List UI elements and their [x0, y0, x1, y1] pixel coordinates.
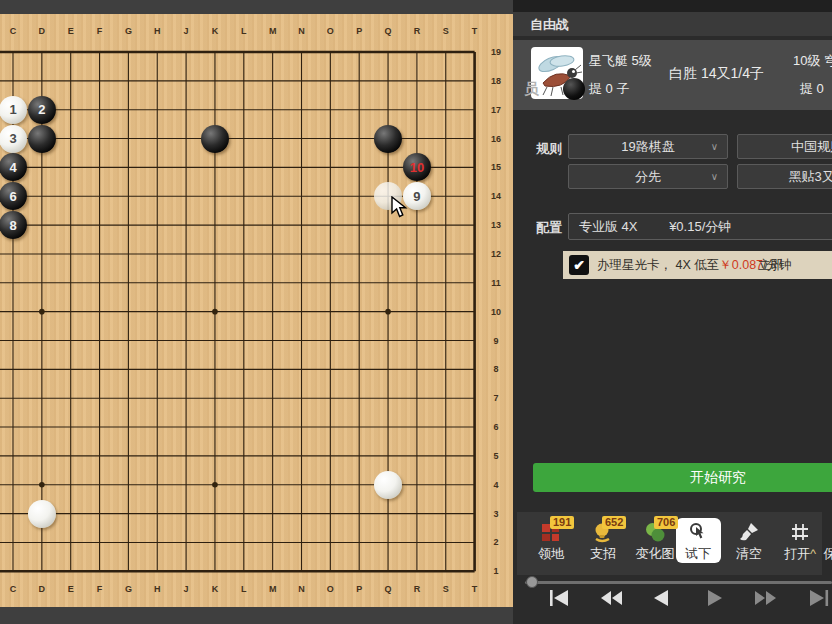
row-label: 2 [488, 537, 504, 547]
board-type-dropdown[interactable]: 19路棋盘 ∨ [568, 134, 728, 159]
column-label-top: P [351, 26, 367, 36]
column-label-top: Q [380, 26, 396, 36]
column-label-top: D [34, 26, 50, 36]
row-label: 7 [488, 393, 504, 403]
tool-hint[interactable]: 652 支招 [579, 512, 627, 575]
sidebar: 自由战 员 星飞艇 5级 提 0 子 白胜 14又1/4子 10级 穹 提 [513, 0, 832, 624]
game-result: 白胜 14又1/4子 [669, 65, 764, 83]
sidebar-top-strip [513, 0, 832, 12]
column-label-bottom: F [92, 584, 108, 594]
column-label-bottom: Q [380, 584, 396, 594]
go-board[interactable]: 123468109 CCDDEEFFGGHHJJKKLLMMNNOOPPQQRR… [0, 14, 513, 607]
row-label: 17 [488, 105, 504, 115]
black-player-name: 星飞艇 5级 [589, 52, 652, 70]
row-label: 3 [488, 509, 504, 519]
stone-white-Q4 [374, 471, 402, 499]
row-label: 15 [488, 162, 504, 172]
column-label-bottom: K [207, 584, 223, 594]
stone-black-K16 [201, 125, 229, 153]
row-label: 14 [488, 191, 504, 201]
column-label-top: M [265, 26, 281, 36]
next-move-button[interactable] [701, 588, 727, 608]
row-label: 5 [488, 451, 504, 461]
try-move-label: 试下 [685, 545, 711, 563]
stone-white-C17: 1 [0, 96, 27, 124]
column-label-top: J [178, 26, 194, 36]
save-label: 保 [824, 545, 832, 563]
fast-forward-button[interactable] [753, 588, 779, 608]
column-label-bottom: G [120, 584, 136, 594]
ruleset-dropdown[interactable]: 中国规则 [737, 134, 832, 159]
row-label: 6 [488, 422, 504, 432]
row-label: 9 [488, 336, 504, 346]
black-stone-color-indicator [563, 78, 585, 100]
column-label-top: R [409, 26, 425, 36]
config-box[interactable]: 专业版 4X ¥0.15/分钟 [568, 213, 832, 240]
territory-label: 领地 [538, 545, 564, 563]
column-label-top: N [294, 26, 310, 36]
white-player-name: 10级 穹 [793, 52, 832, 70]
clear-label: 清空 [736, 545, 762, 563]
config-label: 配置 [536, 219, 562, 237]
chevron-down-icon: ∨ [711, 165, 718, 188]
promo-price: ￥0.087 [719, 258, 763, 272]
row-label: 1 [488, 566, 504, 576]
config-price: ¥0.15/分钟 [669, 219, 731, 234]
row-label: 11 [488, 278, 504, 288]
row-label: 19 [488, 47, 504, 57]
komi-value: 黑贴3又3/ [788, 169, 832, 184]
white-player-captures: 提 0 [800, 80, 824, 98]
stone-black-D16 [28, 125, 56, 153]
row-label: 4 [488, 480, 504, 490]
column-label-bottom: O [322, 584, 338, 594]
tool-clear[interactable]: 清空 [725, 512, 773, 575]
app-window: 123468109 CCDDEEFFGGHHJJKKLLMMNNOOPPQQRR… [0, 0, 832, 624]
mouse-cursor [391, 196, 409, 220]
member-badge: 员 [524, 80, 539, 99]
chevron-down-icon: ∨ [711, 135, 718, 158]
column-label-bottom: R [409, 584, 425, 594]
previous-move-button[interactable] [649, 588, 675, 608]
hint-badge: 652 [602, 516, 626, 529]
row-label: 16 [488, 134, 504, 144]
territory-badge: 191 [550, 516, 574, 529]
move-slider-track[interactable] [525, 581, 832, 584]
row-label: 12 [488, 249, 504, 259]
column-label-bottom: M [265, 584, 281, 594]
config-plan: 专业版 4X [579, 219, 638, 234]
game-mode-title: 自由战 [530, 16, 569, 34]
promo-checkbox[interactable]: ✔ [569, 255, 589, 275]
column-label-bottom: E [63, 584, 79, 594]
komi-dropdown[interactable]: 黑贴3又3/ [737, 164, 832, 189]
column-label-bottom: C [5, 584, 21, 594]
row-label: 10 [488, 307, 504, 317]
go-to-start-button[interactable] [546, 588, 572, 608]
column-label-bottom: L [236, 584, 252, 594]
rules-label: 规则 [536, 140, 562, 158]
variations-label: 变化图 [636, 545, 675, 563]
try-move-icon [687, 521, 709, 543]
column-label-bottom: H [149, 584, 165, 594]
toolbar: 191 领地 652 支招 706 变化图 [517, 512, 822, 575]
promo-banner: ✔ 办理星光卡， 4X 低至￥0.087/分钟 立即 [563, 251, 832, 279]
go-to-end-button[interactable] [806, 588, 832, 608]
column-label-bottom: J [178, 584, 194, 594]
column-label-top: G [120, 26, 136, 36]
column-label-top: E [63, 26, 79, 36]
column-label-top: S [438, 26, 454, 36]
clear-brush-icon [738, 521, 760, 543]
player-card: 员 星飞艇 5级 提 0 子 白胜 14又1/4子 10级 穹 提 0 [513, 40, 832, 110]
order-dropdown[interactable]: 分先 ∨ [568, 164, 728, 189]
column-label-top: T [467, 26, 483, 36]
column-label-top: H [149, 26, 165, 36]
start-research-button[interactable]: 开始研究 [533, 463, 832, 492]
row-label: 13 [488, 220, 504, 230]
column-label-bottom: S [438, 584, 454, 594]
column-label-top: K [207, 26, 223, 36]
board-type-value: 19路棋盘 [621, 139, 674, 154]
promo-prefix: 办理星光卡， 4X 低至 [597, 258, 719, 272]
sidebar-header: 自由战 [513, 12, 832, 36]
black-player-captures: 提 0 子 [589, 80, 629, 98]
row-label: 8 [488, 364, 504, 374]
tool-save[interactable]: 保 [806, 512, 832, 575]
board-grid-lines [0, 14, 513, 607]
stone-black-Q16 [374, 125, 402, 153]
tool-territory[interactable]: 191 领地 [527, 512, 575, 575]
stone-white-D3 [28, 500, 56, 528]
stone-white-C16: 3 [0, 125, 27, 153]
column-label-top: F [92, 26, 108, 36]
column-label-top: L [236, 26, 252, 36]
tool-try-move[interactable]: 试下 [674, 512, 722, 575]
column-label-bottom: P [351, 584, 367, 594]
column-label-bottom: D [34, 584, 50, 594]
promo-action-link[interactable]: 立即 [758, 257, 783, 274]
column-label-top: C [5, 26, 21, 36]
ruleset-value: 中国规则 [791, 139, 832, 154]
column-label-bottom: N [294, 584, 310, 594]
hint-label: 支招 [590, 545, 616, 563]
board-top-bar [0, 0, 513, 14]
tool-variations[interactable]: 706 变化图 [631, 512, 679, 575]
stone-black-D17: 2 [28, 96, 56, 124]
column-label-bottom: T [467, 584, 483, 594]
board-bottom-bar [0, 607, 513, 624]
row-label: 18 [488, 76, 504, 86]
fast-rewind-button[interactable] [598, 588, 624, 608]
order-value: 分先 [635, 169, 661, 184]
column-label-top: O [322, 26, 338, 36]
move-slider-thumb[interactable] [526, 576, 538, 588]
